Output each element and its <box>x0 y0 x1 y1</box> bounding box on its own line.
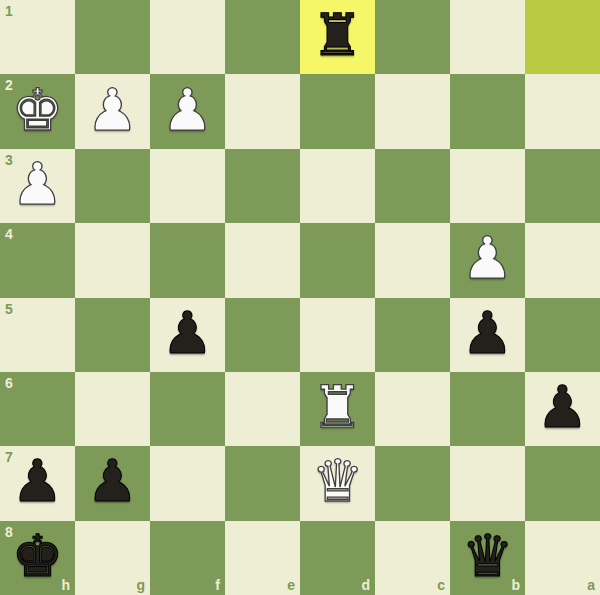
square-a1[interactable] <box>525 0 600 74</box>
piece-white-rook[interactable]: ♜ <box>312 378 364 436</box>
piece-black-pawn[interactable]: ♟ <box>162 304 214 362</box>
square-g1[interactable] <box>75 0 150 74</box>
piece-black-queen[interactable]: ♛ <box>462 527 514 585</box>
piece-black-pawn[interactable]: ♟ <box>12 452 64 510</box>
square-e2[interactable] <box>225 74 300 148</box>
square-a8[interactable]: a <box>525 521 600 595</box>
square-f4[interactable] <box>150 223 225 297</box>
file-label-f: f <box>215 578 220 592</box>
square-f6[interactable] <box>150 372 225 446</box>
piece-white-king[interactable]: ♚ <box>12 81 64 139</box>
piece-black-pawn[interactable]: ♟ <box>537 378 589 436</box>
square-h6[interactable]: 6 <box>0 372 75 446</box>
square-h2[interactable]: 2♚ <box>0 74 75 148</box>
square-e3[interactable] <box>225 149 300 223</box>
square-b4[interactable]: ♟ <box>450 223 525 297</box>
square-e4[interactable] <box>225 223 300 297</box>
square-c5[interactable] <box>375 298 450 372</box>
rank-label-5: 5 <box>5 302 13 316</box>
square-a3[interactable] <box>525 149 600 223</box>
square-g3[interactable] <box>75 149 150 223</box>
square-c1[interactable] <box>375 0 450 74</box>
rank-label-6: 6 <box>5 376 13 390</box>
square-d6[interactable]: ♜ <box>300 372 375 446</box>
square-e6[interactable] <box>225 372 300 446</box>
rank-label-1: 1 <box>5 4 13 18</box>
square-f5[interactable]: ♟ <box>150 298 225 372</box>
square-e8[interactable]: e <box>225 521 300 595</box>
square-c8[interactable]: c <box>375 521 450 595</box>
square-h3[interactable]: 3♟ <box>0 149 75 223</box>
piece-black-pawn[interactable]: ♟ <box>462 304 514 362</box>
square-c3[interactable] <box>375 149 450 223</box>
square-h4[interactable]: 4 <box>0 223 75 297</box>
square-f8[interactable]: f <box>150 521 225 595</box>
square-a5[interactable] <box>525 298 600 372</box>
square-a7[interactable] <box>525 446 600 520</box>
square-d4[interactable] <box>300 223 375 297</box>
piece-white-pawn[interactable]: ♟ <box>162 81 214 139</box>
square-d7[interactable]: ♛ <box>300 446 375 520</box>
square-d5[interactable] <box>300 298 375 372</box>
square-c6[interactable] <box>375 372 450 446</box>
square-g8[interactable]: g <box>75 521 150 595</box>
square-a6[interactable]: ♟ <box>525 372 600 446</box>
square-a4[interactable] <box>525 223 600 297</box>
square-g4[interactable] <box>75 223 150 297</box>
piece-white-pawn[interactable]: ♟ <box>87 81 139 139</box>
file-label-a: a <box>587 578 595 592</box>
square-d8[interactable]: d <box>300 521 375 595</box>
piece-white-queen[interactable]: ♛ <box>312 452 364 510</box>
file-label-g: g <box>136 578 145 592</box>
square-h8[interactable]: 8h♚ <box>0 521 75 595</box>
square-g6[interactable] <box>75 372 150 446</box>
piece-black-king[interactable]: ♚ <box>12 527 64 585</box>
file-label-d: d <box>361 578 370 592</box>
square-d1[interactable]: ♜ <box>300 0 375 74</box>
square-f3[interactable] <box>150 149 225 223</box>
piece-white-pawn[interactable]: ♟ <box>462 229 514 287</box>
square-b3[interactable] <box>450 149 525 223</box>
square-g7[interactable]: ♟ <box>75 446 150 520</box>
chess-board: 1♜2♚♟♟3♟4♟5♟♟6♜♟7♟♟♛8h♚gfedcb♛a <box>0 0 600 595</box>
square-b5[interactable]: ♟ <box>450 298 525 372</box>
square-d2[interactable] <box>300 74 375 148</box>
square-e7[interactable] <box>225 446 300 520</box>
piece-black-pawn[interactable]: ♟ <box>87 452 139 510</box>
square-b2[interactable] <box>450 74 525 148</box>
square-f1[interactable] <box>150 0 225 74</box>
square-g2[interactable]: ♟ <box>75 74 150 148</box>
square-a2[interactable] <box>525 74 600 148</box>
square-b8[interactable]: b♛ <box>450 521 525 595</box>
file-label-e: e <box>287 578 295 592</box>
square-e1[interactable] <box>225 0 300 74</box>
square-f2[interactable]: ♟ <box>150 74 225 148</box>
square-g5[interactable] <box>75 298 150 372</box>
square-b7[interactable] <box>450 446 525 520</box>
square-b6[interactable] <box>450 372 525 446</box>
piece-white-pawn[interactable]: ♟ <box>12 155 64 213</box>
square-c2[interactable] <box>375 74 450 148</box>
file-label-c: c <box>437 578 445 592</box>
square-h1[interactable]: 1 <box>0 0 75 74</box>
square-e5[interactable] <box>225 298 300 372</box>
rank-label-4: 4 <box>5 227 13 241</box>
square-h5[interactable]: 5 <box>0 298 75 372</box>
square-c7[interactable] <box>375 446 450 520</box>
square-b1[interactable] <box>450 0 525 74</box>
square-h7[interactable]: 7♟ <box>0 446 75 520</box>
square-f7[interactable] <box>150 446 225 520</box>
piece-black-rook[interactable]: ♜ <box>312 6 364 64</box>
square-d3[interactable] <box>300 149 375 223</box>
square-c4[interactable] <box>375 223 450 297</box>
